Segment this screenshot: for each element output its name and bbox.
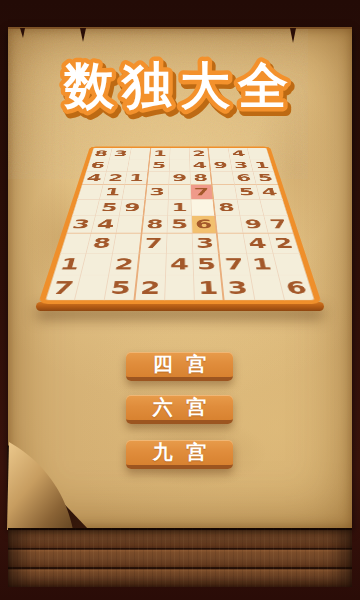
board-3d-edge — [36, 302, 324, 311]
board-cell — [216, 216, 243, 234]
board-cell: 3 — [230, 159, 253, 171]
board-cell: 1 — [150, 148, 170, 159]
board-cell — [251, 276, 285, 301]
board-cell — [260, 200, 288, 216]
board-cell: 1 — [168, 200, 192, 216]
torn-edge-notch — [20, 28, 25, 38]
board-cell: 4 — [256, 185, 282, 200]
board-cell: 8 — [190, 172, 212, 185]
board-cell — [170, 159, 191, 171]
board-cell: 8 — [90, 148, 113, 159]
wood-floor — [8, 528, 352, 587]
board-cell: 7 — [45, 276, 81, 301]
board-cell — [128, 159, 150, 171]
board-cell: 5 — [149, 159, 170, 171]
board-cell: 8 — [87, 234, 117, 254]
board-cell: 3 — [110, 148, 132, 159]
board-cell: 9 — [240, 216, 268, 234]
board-cell — [107, 159, 130, 171]
board-cell — [138, 253, 167, 275]
board-cell — [213, 185, 237, 200]
board-cell: 4 — [166, 253, 194, 275]
board-cell: 8 — [214, 200, 240, 216]
board-cell — [113, 234, 142, 254]
board-cell — [81, 253, 113, 275]
board-cell — [247, 148, 270, 159]
board-cell: 2 — [104, 172, 128, 185]
board-cell: 5 — [167, 216, 192, 234]
board-cell — [211, 172, 234, 185]
board-cell: 1 — [247, 253, 279, 275]
board-cell — [209, 148, 230, 159]
board-cell: 4 — [228, 148, 250, 159]
board-cell: 6 — [86, 159, 110, 171]
board-cell — [77, 185, 103, 200]
torn-edge-notch — [290, 28, 296, 43]
sudoku-board: 8312465493142198651375459183485697873421… — [38, 146, 322, 304]
four-grid-button[interactable]: 四 宫 — [126, 352, 233, 381]
page-title: 数独大全 数独大全 — [8, 43, 352, 127]
board-cell — [237, 200, 264, 216]
board-cell: 7 — [220, 253, 251, 275]
board-cell: 9 — [169, 172, 191, 185]
board-cell: 6 — [279, 276, 315, 301]
board-cell — [218, 234, 247, 254]
page-title-text: 数独大全 — [63, 58, 296, 114]
board-cell: 4 — [92, 216, 120, 234]
board-cell — [117, 216, 144, 234]
six-grid-button[interactable]: 六 宫 — [126, 395, 233, 424]
board-cell: 5 — [193, 253, 222, 275]
board-cell: 5 — [235, 185, 260, 200]
sudoku-grid: 8312465493142198651375459183485697873421… — [45, 148, 315, 300]
board-cell — [72, 200, 100, 216]
board-cell: 2 — [109, 253, 140, 275]
board-cell — [169, 185, 192, 200]
board-cell: 5 — [105, 276, 138, 301]
six-grid-button-label: 六 宫 — [153, 394, 211, 421]
paper-stain — [26, 179, 96, 299]
board-cell: 8 — [142, 216, 168, 234]
board-cell — [130, 148, 151, 159]
board-cell — [60, 234, 92, 254]
board-cell: 1 — [53, 253, 87, 275]
board-cell: 2 — [268, 234, 300, 254]
board-cell: 3 — [193, 234, 220, 254]
board-cell: 1 — [194, 276, 225, 301]
board-cell: 1 — [100, 185, 125, 200]
board-cell — [191, 200, 216, 216]
board-cell: 5 — [253, 172, 278, 185]
page-curl — [7, 438, 103, 530]
board-cell: 6 — [232, 172, 256, 185]
board-cell: 6 — [192, 216, 218, 234]
nine-grid-button-label: 九 宫 — [153, 439, 211, 466]
nine-grid-button[interactable]: 九 宫 — [126, 440, 233, 469]
board-cell: 1 — [250, 159, 274, 171]
board-cell: 3 — [222, 276, 255, 301]
paper-background: 数独大全 数独大全 831246549314219865137545918348… — [8, 27, 352, 528]
board-cell: 5 — [96, 200, 123, 216]
board-cell — [144, 200, 169, 216]
board-cell — [123, 185, 147, 200]
four-grid-button-label: 四 宫 — [153, 351, 211, 378]
board-cell: 2 — [135, 276, 166, 301]
curl-flap — [7, 442, 73, 530]
board-cell: 3 — [66, 216, 96, 234]
board-cell: 4 — [243, 234, 273, 254]
board-cell: 4 — [190, 159, 211, 171]
board-cell: 3 — [146, 185, 169, 200]
board-cell: 4 — [82, 172, 107, 185]
board-cell — [75, 276, 109, 301]
board-cell: 7 — [191, 185, 214, 200]
board-cell — [165, 276, 195, 301]
board-cell: 9 — [120, 200, 146, 216]
board-cell — [147, 172, 169, 185]
board-cell: 7 — [264, 216, 294, 234]
board-cell — [170, 148, 190, 159]
board-cell — [167, 234, 194, 254]
board-cell: 2 — [190, 148, 210, 159]
board-cell: 7 — [140, 234, 167, 254]
board-cell: 1 — [125, 172, 148, 185]
board-cell: 9 — [210, 159, 232, 171]
torn-edge-notch — [80, 28, 86, 42]
app-screen: { "app": { "title": "数独大全" }, "game": "s… — [0, 0, 360, 600]
board-cell — [273, 253, 307, 275]
